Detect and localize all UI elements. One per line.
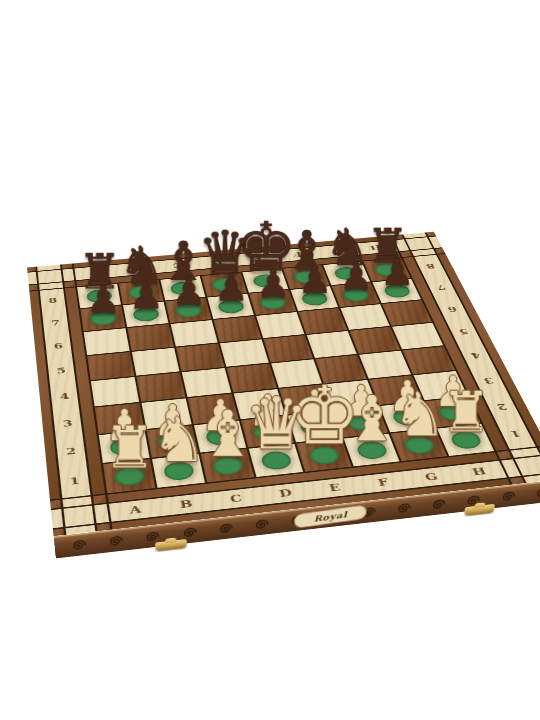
spiral-ornament — [498, 488, 518, 505]
white-rook[interactable]: ♜ — [99, 419, 159, 476]
spiral-ornament — [68, 537, 89, 554]
spiral-ornament — [394, 500, 413, 517]
spiral-ornament — [252, 516, 271, 533]
square-e6[interactable] — [256, 312, 304, 338]
spiral-ornament — [215, 520, 234, 537]
chessboard-scene: ABCDEFGH87654321 87654321ABCDEFGH ♜♞♝♛♚♝… — [0, 0, 540, 720]
product-photo-canvas: { "game": "chess", "position": "rnbqkbnr… — [0, 0, 540, 720]
square-g5[interactable] — [350, 327, 401, 354]
chess-board: ABCDEFGH87654321 87654321ABCDEFGH ♜♞♝♛♚♝… — [27, 232, 540, 537]
spiral-ornament — [105, 533, 126, 550]
square-f5[interactable] — [307, 331, 357, 358]
square-b6[interactable] — [127, 324, 174, 351]
square-g6[interactable] — [340, 304, 389, 330]
square-e5[interactable] — [263, 335, 312, 362]
square-c6[interactable] — [171, 320, 218, 346]
square-f6[interactable] — [298, 308, 347, 334]
spiral-ornament — [532, 485, 540, 502]
square-a6[interactable] — [84, 328, 130, 355]
spiral-ornament — [428, 496, 447, 513]
square-d6[interactable] — [214, 316, 262, 342]
square-d5[interactable] — [220, 339, 269, 366]
